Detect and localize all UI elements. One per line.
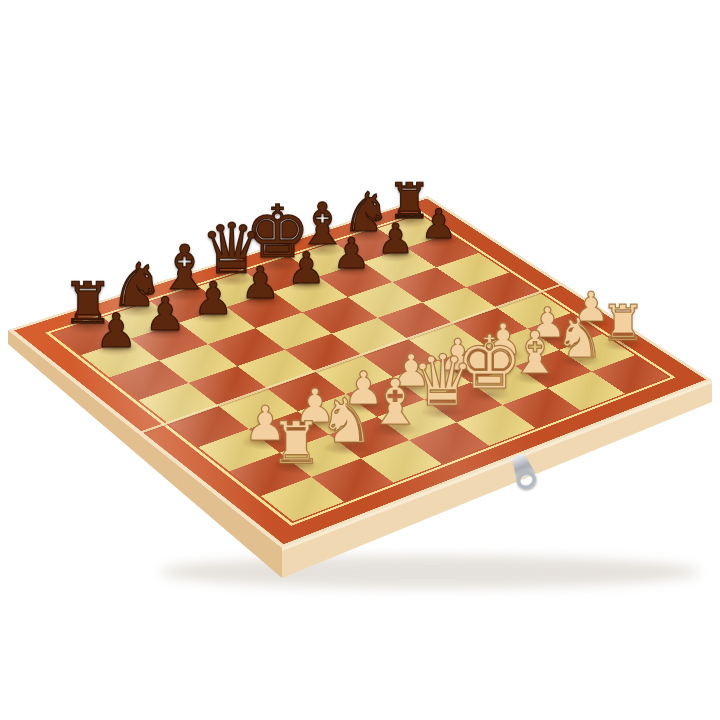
product-photo-scene: ♜♞♝♛♚♝♞♜♟♟♟♟♟♟♟♟♟♟♟♟♟♟♟♟♜♞♝♛♚♝♞♜ bbox=[0, 0, 720, 720]
ground-shadow bbox=[160, 556, 700, 588]
